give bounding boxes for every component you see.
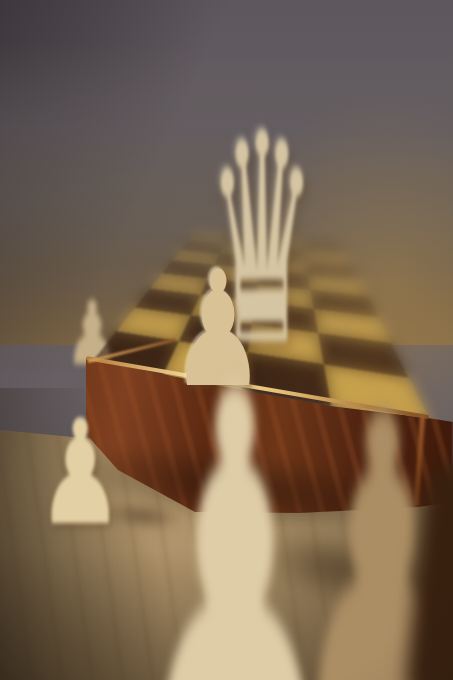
white-pawn-off-board-front-center[interactable]: ♟	[111, 320, 359, 680]
white-pawn-glyph: ♟	[124, 320, 346, 680]
chess-photo-scene: ♟ ♛ ♟ ♟ ♟ ♟	[0, 0, 453, 680]
